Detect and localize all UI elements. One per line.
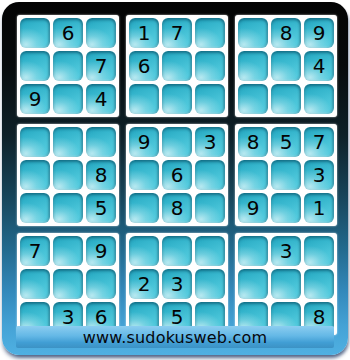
cell-r5c6[interactable]: [195, 160, 225, 190]
cell-r2c7[interactable]: [238, 51, 268, 81]
cell-r5c3[interactable]: 8: [86, 160, 116, 190]
cell-r8c6[interactable]: [195, 269, 225, 299]
cell-r4c6[interactable]: 3: [195, 127, 225, 157]
cell-r2c4[interactable]: 6: [129, 51, 159, 81]
cell-r4c7[interactable]: 8: [238, 127, 268, 157]
cell-r6c8[interactable]: [271, 193, 301, 223]
cell-r7c6[interactable]: [195, 236, 225, 266]
cell-r4c8[interactable]: 5: [271, 127, 301, 157]
cell-r5c4[interactable]: [129, 160, 159, 190]
cell-r2c9[interactable]: 4: [304, 51, 334, 81]
cell-r7c8[interactable]: 3: [271, 236, 301, 266]
box-r2c2: 9368: [126, 124, 228, 226]
cell-r3c3[interactable]: 4: [86, 84, 116, 114]
cell-r8c5[interactable]: 3: [162, 269, 192, 299]
cell-r7c1[interactable]: 7: [20, 236, 50, 266]
cell-r4c9[interactable]: 7: [304, 127, 334, 157]
cell-r6c6[interactable]: [195, 193, 225, 223]
cell-r1c9[interactable]: 9: [304, 18, 334, 48]
board-frame: 6794 176 894 85 9368 857391 7936 235 38 …: [2, 2, 348, 355]
cell-r4c5[interactable]: [162, 127, 192, 157]
cell-r3c5[interactable]: [162, 84, 192, 114]
cell-r5c1[interactable]: [20, 160, 50, 190]
cell-r4c4[interactable]: 9: [129, 127, 159, 157]
cell-r7c5[interactable]: [162, 236, 192, 266]
cell-r7c7[interactable]: [238, 236, 268, 266]
cell-r2c3[interactable]: 7: [86, 51, 116, 81]
sudoku-widget: 6794 176 894 85 9368 857391 7936 235 38 …: [0, 0, 350, 360]
cell-r8c9[interactable]: [304, 269, 334, 299]
cell-r1c2[interactable]: 6: [53, 18, 83, 48]
cell-r2c5[interactable]: [162, 51, 192, 81]
cell-r1c6[interactable]: [195, 18, 225, 48]
cell-r7c9[interactable]: [304, 236, 334, 266]
cell-r6c2[interactable]: [53, 193, 83, 223]
cell-r1c4[interactable]: 1: [129, 18, 159, 48]
box-r3c1: 7936: [17, 233, 119, 335]
cell-r2c1[interactable]: [20, 51, 50, 81]
site-url-label: www.sudokusweb.com: [83, 328, 268, 347]
cell-r3c4[interactable]: [129, 84, 159, 114]
cell-r6c3[interactable]: 5: [86, 193, 116, 223]
cell-r1c3[interactable]: [86, 18, 116, 48]
cell-r2c6[interactable]: [195, 51, 225, 81]
cell-r5c9[interactable]: 3: [304, 160, 334, 190]
cell-r7c4[interactable]: [129, 236, 159, 266]
cell-r4c1[interactable]: [20, 127, 50, 157]
box-r3c3: 38: [235, 233, 337, 335]
box-r2c1: 85: [17, 124, 119, 226]
cell-r8c1[interactable]: [20, 269, 50, 299]
cell-r3c7[interactable]: [238, 84, 268, 114]
box-r2c3: 857391: [235, 124, 337, 226]
cell-r6c7[interactable]: 9: [238, 193, 268, 223]
cell-r8c4[interactable]: 2: [129, 269, 159, 299]
cell-r5c7[interactable]: [238, 160, 268, 190]
cell-r1c7[interactable]: [238, 18, 268, 48]
box-r1c2: 176: [126, 15, 228, 117]
cell-r3c6[interactable]: [195, 84, 225, 114]
cell-r3c2[interactable]: [53, 84, 83, 114]
cell-r3c9[interactable]: [304, 84, 334, 114]
cell-r3c1[interactable]: 9: [20, 84, 50, 114]
cell-r5c5[interactable]: 6: [162, 160, 192, 190]
cell-r4c3[interactable]: [86, 127, 116, 157]
footer-band: www.sudokusweb.com: [16, 326, 334, 348]
cell-r6c9[interactable]: 1: [304, 193, 334, 223]
cell-r2c8[interactable]: [271, 51, 301, 81]
cell-r6c4[interactable]: [129, 193, 159, 223]
cell-r6c5[interactable]: 8: [162, 193, 192, 223]
cell-r5c8[interactable]: [271, 160, 301, 190]
cell-r7c2[interactable]: [53, 236, 83, 266]
cell-r6c1[interactable]: [20, 193, 50, 223]
cell-r2c2[interactable]: [53, 51, 83, 81]
cell-r7c3[interactable]: 9: [86, 236, 116, 266]
box-r1c3: 894: [235, 15, 337, 117]
cell-r8c2[interactable]: [53, 269, 83, 299]
cell-r8c7[interactable]: [238, 269, 268, 299]
sudoku-board: 6794 176 894 85 9368 857391 7936 235 38: [17, 15, 337, 335]
cell-r5c2[interactable]: [53, 160, 83, 190]
cell-r8c8[interactable]: [271, 269, 301, 299]
cell-r1c8[interactable]: 8: [271, 18, 301, 48]
cell-r8c3[interactable]: [86, 269, 116, 299]
cell-r1c1[interactable]: [20, 18, 50, 48]
cell-r3c8[interactable]: [271, 84, 301, 114]
box-r1c1: 6794: [17, 15, 119, 117]
cell-r4c2[interactable]: [53, 127, 83, 157]
cell-r1c5[interactable]: 7: [162, 18, 192, 48]
box-r3c2: 235: [126, 233, 228, 335]
